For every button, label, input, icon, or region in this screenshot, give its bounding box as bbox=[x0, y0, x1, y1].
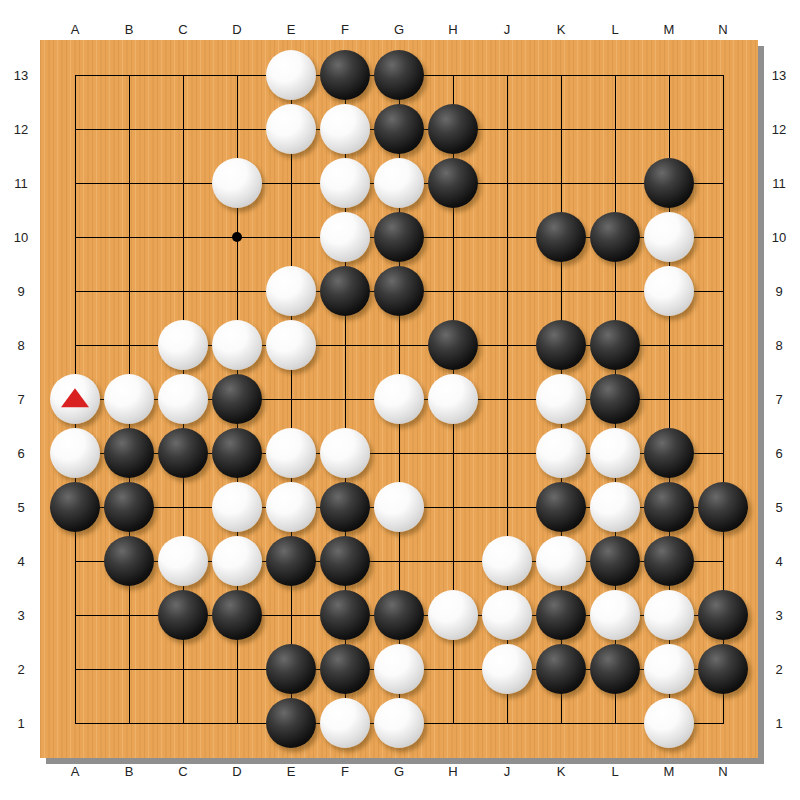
stone-black-K2[interactable] bbox=[536, 644, 586, 694]
stone-black-F9[interactable] bbox=[320, 266, 370, 316]
column-label-bottom-E: E bbox=[287, 764, 296, 779]
stone-black-G12[interactable] bbox=[374, 104, 424, 154]
stone-white-J3[interactable] bbox=[482, 590, 532, 640]
row-label-left-8: 8 bbox=[17, 338, 24, 353]
stone-black-N3[interactable] bbox=[698, 590, 748, 640]
stone-white-F1[interactable] bbox=[320, 698, 370, 748]
stone-black-M5[interactable] bbox=[644, 482, 694, 532]
stone-white-E13[interactable] bbox=[266, 50, 316, 100]
stone-black-E4[interactable] bbox=[266, 536, 316, 586]
stone-black-E1[interactable] bbox=[266, 698, 316, 748]
stone-black-L10[interactable] bbox=[590, 212, 640, 262]
stone-black-L4[interactable] bbox=[590, 536, 640, 586]
stone-white-D11[interactable] bbox=[212, 158, 262, 208]
column-label-top-G: G bbox=[394, 22, 404, 37]
stone-white-F6[interactable] bbox=[320, 428, 370, 478]
column-label-bottom-A: A bbox=[71, 764, 80, 779]
stone-black-F4[interactable] bbox=[320, 536, 370, 586]
go-game-viewer: AABBCCDDEEFFGGHHJJKKLLMMNN13131212111110… bbox=[0, 0, 800, 800]
stone-black-M4[interactable] bbox=[644, 536, 694, 586]
row-label-right-11: 11 bbox=[772, 176, 786, 191]
stone-white-G1[interactable] bbox=[374, 698, 424, 748]
column-label-bottom-F: F bbox=[341, 764, 349, 779]
row-label-right-5: 5 bbox=[775, 500, 782, 515]
column-label-bottom-J: J bbox=[504, 764, 511, 779]
row-label-left-7: 7 bbox=[17, 392, 24, 407]
stone-black-K8[interactable] bbox=[536, 320, 586, 370]
stone-white-D8[interactable] bbox=[212, 320, 262, 370]
stone-black-F2[interactable] bbox=[320, 644, 370, 694]
go-board[interactable] bbox=[40, 40, 758, 758]
stone-white-G2[interactable] bbox=[374, 644, 424, 694]
stone-black-K10[interactable] bbox=[536, 212, 586, 262]
stone-black-C3[interactable] bbox=[158, 590, 208, 640]
stone-black-N5[interactable] bbox=[698, 482, 748, 532]
row-label-left-2: 2 bbox=[17, 662, 24, 677]
column-label-top-H: H bbox=[448, 22, 457, 37]
stone-white-G5[interactable] bbox=[374, 482, 424, 532]
stone-black-C6[interactable] bbox=[158, 428, 208, 478]
column-label-bottom-M: M bbox=[664, 764, 675, 779]
row-label-left-12: 12 bbox=[14, 122, 28, 137]
stone-black-B6[interactable] bbox=[104, 428, 154, 478]
stone-white-D4[interactable] bbox=[212, 536, 262, 586]
stone-black-F13[interactable] bbox=[320, 50, 370, 100]
stone-white-H7[interactable] bbox=[428, 374, 478, 424]
stone-black-G3[interactable] bbox=[374, 590, 424, 640]
row-label-left-11: 11 bbox=[14, 176, 28, 191]
stone-white-M3[interactable] bbox=[644, 590, 694, 640]
stone-white-B7[interactable] bbox=[104, 374, 154, 424]
column-label-top-C: C bbox=[178, 22, 187, 37]
row-label-right-7: 7 bbox=[775, 392, 782, 407]
stone-black-M11[interactable] bbox=[644, 158, 694, 208]
row-label-left-6: 6 bbox=[17, 446, 24, 461]
stone-white-L6[interactable] bbox=[590, 428, 640, 478]
row-label-left-13: 13 bbox=[14, 68, 28, 83]
column-label-top-N: N bbox=[718, 22, 727, 37]
stone-black-B5[interactable] bbox=[104, 482, 154, 532]
stone-white-E6[interactable] bbox=[266, 428, 316, 478]
column-label-bottom-D: D bbox=[232, 764, 241, 779]
column-label-top-E: E bbox=[287, 22, 296, 37]
stone-black-A5[interactable] bbox=[50, 482, 100, 532]
stone-white-A6[interactable] bbox=[50, 428, 100, 478]
stone-black-D6[interactable] bbox=[212, 428, 262, 478]
row-label-right-1: 1 bbox=[775, 716, 782, 731]
stone-black-L8[interactable] bbox=[590, 320, 640, 370]
stone-black-D3[interactable] bbox=[212, 590, 262, 640]
stone-white-M1[interactable] bbox=[644, 698, 694, 748]
stone-white-F10[interactable] bbox=[320, 212, 370, 262]
stone-black-N2[interactable] bbox=[698, 644, 748, 694]
stone-white-E8[interactable] bbox=[266, 320, 316, 370]
stone-black-F5[interactable] bbox=[320, 482, 370, 532]
stone-black-G9[interactable] bbox=[374, 266, 424, 316]
row-label-right-8: 8 bbox=[775, 338, 782, 353]
stone-white-C7[interactable] bbox=[158, 374, 208, 424]
stone-white-L5[interactable] bbox=[590, 482, 640, 532]
row-label-right-4: 4 bbox=[775, 554, 782, 569]
column-label-top-A: A bbox=[71, 22, 80, 37]
column-label-bottom-K: K bbox=[557, 764, 566, 779]
stone-white-C8[interactable] bbox=[158, 320, 208, 370]
row-label-left-10: 10 bbox=[14, 230, 28, 245]
star-point-D10 bbox=[232, 232, 242, 242]
stone-black-F3[interactable] bbox=[320, 590, 370, 640]
stone-white-K7[interactable] bbox=[536, 374, 586, 424]
stone-black-K3[interactable] bbox=[536, 590, 586, 640]
stone-black-E2[interactable] bbox=[266, 644, 316, 694]
stone-black-G10[interactable] bbox=[374, 212, 424, 262]
stone-white-D5[interactable] bbox=[212, 482, 262, 532]
row-label-left-5: 5 bbox=[17, 500, 24, 515]
row-label-right-9: 9 bbox=[775, 284, 782, 299]
stone-black-M6[interactable] bbox=[644, 428, 694, 478]
stone-white-J4[interactable] bbox=[482, 536, 532, 586]
stone-black-H8[interactable] bbox=[428, 320, 478, 370]
stone-black-K5[interactable] bbox=[536, 482, 586, 532]
row-label-right-3: 3 bbox=[775, 608, 782, 623]
stone-black-G13[interactable] bbox=[374, 50, 424, 100]
row-label-right-6: 6 bbox=[775, 446, 782, 461]
stone-white-E9[interactable] bbox=[266, 266, 316, 316]
stone-black-H11[interactable] bbox=[428, 158, 478, 208]
column-label-top-B: B bbox=[125, 22, 134, 37]
column-label-bottom-C: C bbox=[178, 764, 187, 779]
column-label-top-M: M bbox=[664, 22, 675, 37]
column-label-top-K: K bbox=[557, 22, 566, 37]
row-label-left-1: 1 bbox=[17, 716, 24, 731]
row-label-left-3: 3 bbox=[17, 608, 24, 623]
stone-white-E12[interactable] bbox=[266, 104, 316, 154]
stone-white-F12[interactable] bbox=[320, 104, 370, 154]
row-label-left-4: 4 bbox=[17, 554, 24, 569]
column-label-bottom-H: H bbox=[448, 764, 457, 779]
stone-black-B4[interactable] bbox=[104, 536, 154, 586]
stone-black-L7[interactable] bbox=[590, 374, 640, 424]
stone-white-J2[interactable] bbox=[482, 644, 532, 694]
row-label-left-9: 9 bbox=[17, 284, 24, 299]
stone-black-L2[interactable] bbox=[590, 644, 640, 694]
triangle-marker-A7 bbox=[61, 388, 89, 407]
stone-white-F11[interactable] bbox=[320, 158, 370, 208]
column-label-bottom-B: B bbox=[125, 764, 134, 779]
row-label-right-2: 2 bbox=[775, 662, 782, 677]
column-label-top-D: D bbox=[232, 22, 241, 37]
stone-black-H12[interactable] bbox=[428, 104, 478, 154]
stone-white-A7[interactable] bbox=[50, 374, 100, 424]
column-label-top-F: F bbox=[341, 22, 349, 37]
stone-white-K4[interactable] bbox=[536, 536, 586, 586]
stone-white-M10[interactable] bbox=[644, 212, 694, 262]
row-label-right-10: 10 bbox=[772, 230, 786, 245]
stone-white-K6[interactable] bbox=[536, 428, 586, 478]
stone-white-C4[interactable] bbox=[158, 536, 208, 586]
column-label-bottom-L: L bbox=[611, 764, 618, 779]
row-label-right-12: 12 bbox=[772, 122, 786, 137]
stone-white-M2[interactable] bbox=[644, 644, 694, 694]
column-label-top-J: J bbox=[504, 22, 511, 37]
row-label-right-13: 13 bbox=[772, 68, 786, 83]
stone-white-H3[interactable] bbox=[428, 590, 478, 640]
stone-white-L3[interactable] bbox=[590, 590, 640, 640]
column-label-bottom-G: G bbox=[394, 764, 404, 779]
column-label-top-L: L bbox=[611, 22, 618, 37]
stone-white-G11[interactable] bbox=[374, 158, 424, 208]
stone-black-D7[interactable] bbox=[212, 374, 262, 424]
stone-white-G7[interactable] bbox=[374, 374, 424, 424]
column-label-bottom-N: N bbox=[718, 764, 727, 779]
stone-white-E5[interactable] bbox=[266, 482, 316, 532]
stone-white-M9[interactable] bbox=[644, 266, 694, 316]
